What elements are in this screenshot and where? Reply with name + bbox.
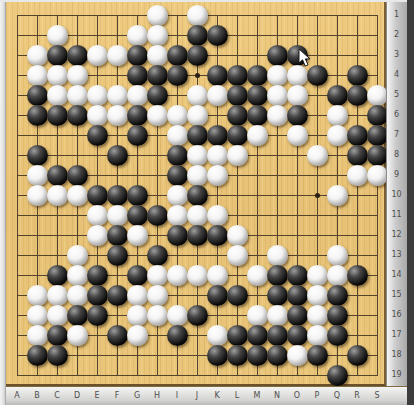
stone-white[interactable] <box>67 65 88 86</box>
stone-white[interactable] <box>67 85 88 106</box>
stone-black[interactable] <box>187 185 208 206</box>
row-label-8: 8 <box>387 150 406 159</box>
stone-white[interactable] <box>327 125 348 146</box>
stone-white[interactable] <box>127 285 148 306</box>
stone-white[interactable] <box>207 325 228 346</box>
stone-black[interactable] <box>207 225 228 246</box>
stone-white[interactable] <box>327 245 348 266</box>
stone-black[interactable] <box>147 205 168 226</box>
column-label-K: K <box>210 391 224 400</box>
stone-white[interactable] <box>47 65 68 86</box>
stone-white[interactable] <box>127 225 148 246</box>
row-label-17: 17 <box>387 330 406 339</box>
stone-black[interactable] <box>27 105 48 126</box>
stone-white[interactable] <box>67 265 88 286</box>
stone-black[interactable] <box>227 105 248 126</box>
stone-white[interactable] <box>87 225 108 246</box>
stone-black[interactable] <box>127 105 148 126</box>
column-labels-strip: ABCDEFGHIJKLMNOPQRS <box>0 386 407 405</box>
hoshi-point <box>195 73 200 78</box>
row-label-18: 18 <box>387 350 406 359</box>
stone-white[interactable] <box>187 265 208 286</box>
stone-white[interactable] <box>307 145 328 166</box>
stone-black[interactable] <box>87 125 108 146</box>
stone-black[interactable] <box>207 285 228 306</box>
stone-black[interactable] <box>207 345 228 366</box>
stone-white[interactable] <box>227 145 248 166</box>
column-label-Q: Q <box>330 391 344 400</box>
column-label-D: D <box>70 391 84 400</box>
stone-black[interactable] <box>267 265 288 286</box>
row-label-10: 10 <box>387 190 406 199</box>
stone-black[interactable] <box>87 265 108 286</box>
row-label-11: 11 <box>387 210 406 219</box>
row-label-13: 13 <box>387 250 406 259</box>
stone-white[interactable] <box>27 165 48 186</box>
stone-black[interactable] <box>67 165 88 186</box>
stone-white[interactable] <box>87 205 108 226</box>
row-label-1: 1 <box>387 10 406 19</box>
stone-white[interactable] <box>167 105 188 126</box>
stone-white[interactable] <box>67 325 88 346</box>
stone-white[interactable] <box>127 25 148 46</box>
window-scrollbar-edge[interactable] <box>407 0 414 405</box>
stone-black[interactable] <box>247 85 268 106</box>
stone-black[interactable] <box>227 345 248 366</box>
stone-black[interactable] <box>87 285 108 306</box>
stone-black[interactable] <box>327 325 348 346</box>
stone-white[interactable] <box>267 85 288 106</box>
column-label-J: J <box>190 391 204 400</box>
column-label-N: N <box>270 391 284 400</box>
stone-white[interactable] <box>47 25 68 46</box>
stone-white[interactable] <box>127 85 148 106</box>
stone-white[interactable] <box>187 165 208 186</box>
stone-white[interactable] <box>47 305 68 326</box>
stone-black[interactable] <box>287 305 308 326</box>
stone-black[interactable] <box>147 85 168 106</box>
stone-white[interactable] <box>107 45 128 66</box>
stone-white[interactable] <box>367 85 388 106</box>
stone-black[interactable] <box>27 85 48 106</box>
stone-black[interactable] <box>247 105 268 126</box>
stone-black[interactable] <box>47 325 68 346</box>
stone-black[interactable] <box>207 25 228 46</box>
stone-black[interactable] <box>127 125 148 146</box>
row-label-16: 16 <box>387 310 406 319</box>
row-label-7: 7 <box>387 130 406 139</box>
stone-white[interactable] <box>207 205 228 226</box>
stone-black[interactable] <box>67 105 88 126</box>
stone-black[interactable] <box>327 305 348 326</box>
stone-black[interactable] <box>347 65 368 86</box>
stone-black[interactable] <box>147 245 168 266</box>
stone-white[interactable] <box>147 45 168 66</box>
stone-black[interactable] <box>267 45 288 66</box>
stone-black[interactable] <box>107 145 128 166</box>
stone-black[interactable] <box>167 65 188 86</box>
stone-black[interactable] <box>107 185 128 206</box>
stone-black[interactable] <box>167 145 188 166</box>
stone-black[interactable] <box>367 105 388 126</box>
column-label-S: S <box>370 391 384 400</box>
column-label-E: E <box>90 391 104 400</box>
stone-white[interactable] <box>147 105 168 126</box>
stone-white[interactable] <box>287 345 308 366</box>
stone-black[interactable] <box>27 145 48 166</box>
stone-black[interactable] <box>227 125 248 146</box>
stone-black[interactable] <box>207 125 228 146</box>
stone-black[interactable] <box>327 285 348 306</box>
stone-white[interactable] <box>247 305 268 326</box>
stone-black[interactable] <box>347 125 368 146</box>
stone-white[interactable] <box>127 305 148 326</box>
column-label-H: H <box>150 391 164 400</box>
stone-black[interactable] <box>147 65 168 86</box>
stone-white[interactable] <box>27 285 48 306</box>
stone-black[interactable] <box>227 285 248 306</box>
stone-white[interactable] <box>167 205 188 226</box>
stone-white[interactable] <box>187 105 208 126</box>
stone-white[interactable] <box>27 65 48 86</box>
stone-black[interactable] <box>107 225 128 246</box>
column-label-I: I <box>170 391 184 400</box>
stone-black[interactable] <box>187 225 208 246</box>
stone-white[interactable] <box>207 85 228 106</box>
stone-black[interactable] <box>167 325 188 346</box>
stone-black[interactable] <box>127 265 148 286</box>
stone-black[interactable] <box>167 45 188 66</box>
stone-white[interactable] <box>207 145 228 166</box>
stone-black[interactable] <box>227 85 248 106</box>
column-label-B: B <box>30 391 44 400</box>
stone-white[interactable] <box>267 305 288 326</box>
row-label-14: 14 <box>387 270 406 279</box>
stone-white[interactable] <box>67 245 88 266</box>
stone-black[interactable] <box>287 105 308 126</box>
stone-white[interactable] <box>207 265 228 286</box>
stone-white[interactable] <box>147 285 168 306</box>
stone-black[interactable] <box>187 125 208 146</box>
stone-black[interactable] <box>167 225 188 246</box>
row-label-6: 6 <box>387 110 406 119</box>
stone-white[interactable] <box>27 305 48 326</box>
column-label-O: O <box>290 391 304 400</box>
stone-black[interactable] <box>27 345 48 366</box>
stone-white[interactable] <box>107 205 128 226</box>
stone-white[interactable] <box>247 265 268 286</box>
stone-black[interactable] <box>167 165 188 186</box>
column-label-M: M <box>250 391 264 400</box>
stone-white[interactable] <box>187 205 208 226</box>
stone-white[interactable] <box>167 125 188 146</box>
row-label-4: 4 <box>387 70 406 79</box>
stone-black[interactable] <box>327 365 348 386</box>
column-label-F: F <box>110 391 124 400</box>
stone-black[interactable] <box>67 45 88 66</box>
stone-white[interactable] <box>47 285 68 306</box>
hoshi-point <box>315 193 320 198</box>
stone-white[interactable] <box>27 45 48 66</box>
stone-black[interactable] <box>327 85 348 106</box>
stone-white[interactable] <box>147 305 168 326</box>
stone-black[interactable] <box>207 65 228 86</box>
stone-black[interactable] <box>287 285 308 306</box>
stone-white[interactable] <box>307 285 328 306</box>
stone-white[interactable] <box>287 125 308 146</box>
stone-black[interactable] <box>267 325 288 346</box>
stone-black[interactable] <box>307 345 328 366</box>
stone-white[interactable] <box>247 125 268 146</box>
stone-white[interactable] <box>107 85 128 106</box>
row-label-19: 19 <box>387 370 406 379</box>
stone-white[interactable] <box>187 5 208 26</box>
stone-black[interactable] <box>47 45 68 66</box>
stone-white[interactable] <box>67 285 88 306</box>
stone-white[interactable] <box>287 85 308 106</box>
stone-black[interactable] <box>347 85 368 106</box>
stone-white[interactable] <box>267 105 288 126</box>
stone-black[interactable] <box>347 145 368 166</box>
stone-black[interactable] <box>127 205 148 226</box>
stone-black[interactable] <box>87 185 108 206</box>
column-label-P: P <box>310 391 324 400</box>
stone-black[interactable] <box>247 325 268 346</box>
stone-white[interactable] <box>327 185 348 206</box>
stone-white[interactable] <box>87 85 108 106</box>
row-label-9: 9 <box>387 170 406 179</box>
stone-black[interactable] <box>107 325 128 346</box>
stone-white[interactable] <box>307 325 328 346</box>
stone-black[interactable] <box>47 105 68 126</box>
stone-black[interactable] <box>187 25 208 46</box>
column-label-R: R <box>350 391 364 400</box>
window-left-edge <box>0 0 6 405</box>
column-label-L: L <box>230 391 244 400</box>
stone-black[interactable] <box>367 145 388 166</box>
row-label-15: 15 <box>387 290 406 299</box>
stone-black[interactable] <box>87 305 108 326</box>
column-label-A: A <box>10 391 24 400</box>
stone-white[interactable] <box>147 5 168 26</box>
stone-black[interactable] <box>67 305 88 326</box>
stone-white[interactable] <box>167 185 188 206</box>
stone-white[interactable] <box>147 25 168 46</box>
stone-white[interactable] <box>87 105 108 126</box>
window-top-edge <box>0 0 414 2</box>
stone-black[interactable] <box>367 125 388 146</box>
stone-black[interactable] <box>227 325 248 346</box>
stone-white[interactable] <box>307 265 328 286</box>
stone-white[interactable] <box>347 165 368 186</box>
stone-black[interactable] <box>187 305 208 326</box>
stone-black[interactable] <box>47 165 68 186</box>
stone-black[interactable] <box>127 45 148 66</box>
stone-white[interactable] <box>367 165 388 186</box>
stone-black[interactable] <box>267 345 288 366</box>
stone-black[interactable] <box>227 65 248 86</box>
stone-white[interactable] <box>327 265 348 286</box>
stone-white[interactable] <box>267 245 288 266</box>
stone-black[interactable] <box>127 185 148 206</box>
stone-black[interactable] <box>187 45 208 66</box>
stone-black[interactable] <box>287 265 308 286</box>
stone-black[interactable] <box>47 345 68 366</box>
column-label-G: G <box>130 391 144 400</box>
stone-black[interactable] <box>347 345 368 366</box>
stone-white[interactable] <box>327 105 348 126</box>
stone-black[interactable] <box>247 345 268 366</box>
stone-black[interactable] <box>47 265 68 286</box>
stone-white[interactable] <box>107 105 128 126</box>
stone-white[interactable] <box>147 265 168 286</box>
row-label-2: 2 <box>387 30 406 39</box>
row-labels-strip: 12345678910111213141516171819 <box>386 0 407 386</box>
stone-white[interactable] <box>167 305 188 326</box>
stone-white[interactable] <box>167 265 188 286</box>
stone-black[interactable] <box>247 65 268 86</box>
stone-black[interactable] <box>347 265 368 286</box>
stone-black[interactable] <box>107 245 128 266</box>
stone-white[interactable] <box>27 185 48 206</box>
stone-black[interactable] <box>107 285 128 306</box>
go-app-window: ABCDEFGHIJKLMNOPQRS 12345678910111213141… <box>0 0 414 405</box>
stone-white[interactable] <box>227 225 248 246</box>
stone-white[interactable] <box>307 305 328 326</box>
stone-white[interactable] <box>27 325 48 346</box>
row-label-3: 3 <box>387 50 406 59</box>
stone-black[interactable] <box>127 65 148 86</box>
stone-black[interactable] <box>287 325 308 346</box>
stone-white[interactable] <box>187 145 208 166</box>
row-label-12: 12 <box>387 230 406 239</box>
row-label-5: 5 <box>387 90 406 99</box>
stone-black[interactable] <box>267 285 288 306</box>
stone-white[interactable] <box>187 85 208 106</box>
column-label-C: C <box>50 391 64 400</box>
stone-white[interactable] <box>47 85 68 106</box>
stone-white[interactable] <box>227 245 248 266</box>
stone-white[interactable] <box>87 45 108 66</box>
mouse-cursor-icon <box>298 49 312 69</box>
stone-white[interactable] <box>207 165 228 186</box>
stone-white[interactable] <box>47 185 68 206</box>
stone-white[interactable] <box>67 185 88 206</box>
stone-white[interactable] <box>127 325 148 346</box>
stone-white[interactable] <box>267 65 288 86</box>
